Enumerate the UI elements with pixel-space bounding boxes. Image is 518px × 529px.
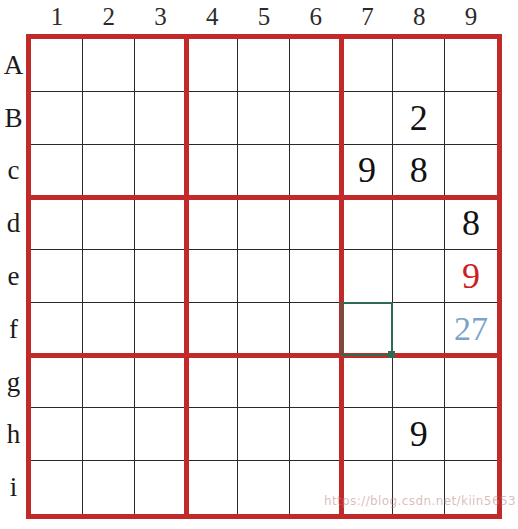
cell-B1[interactable] (31, 92, 83, 145)
cell-c3[interactable] (135, 145, 187, 198)
cell-c4[interactable] (186, 145, 238, 198)
row-label-B: B (0, 92, 27, 145)
cell-d4[interactable] (186, 197, 238, 250)
cell-d7[interactable] (342, 197, 394, 250)
row-labels: ABcdefghi (0, 39, 27, 514)
cell-i3[interactable] (135, 461, 187, 514)
cell-c6[interactable] (290, 145, 342, 198)
col-label-1: 1 (31, 0, 83, 33)
cell-B4[interactable] (186, 92, 238, 145)
cell-B7[interactable] (342, 92, 394, 145)
cell-c8[interactable]: 8 (393, 145, 445, 198)
cell-e7[interactable] (342, 250, 394, 303)
col-label-2: 2 (83, 0, 135, 33)
row-label-g: g (0, 356, 27, 409)
cell-B2[interactable] (83, 92, 135, 145)
cell-A1[interactable] (31, 39, 83, 92)
cell-g9[interactable] (445, 356, 497, 409)
cell-e9[interactable]: 9 (445, 250, 497, 303)
column-labels: 123456789 (31, 0, 497, 33)
cell-f7[interactable] (342, 303, 394, 356)
cell-e8[interactable] (393, 250, 445, 303)
cell-e5[interactable] (238, 250, 290, 303)
cell-h5[interactable] (238, 408, 290, 461)
cell-f8[interactable] (393, 303, 445, 356)
cell-h7[interactable] (342, 408, 394, 461)
cell-i6[interactable] (290, 461, 342, 514)
cell-A5[interactable] (238, 39, 290, 92)
cell-h4[interactable] (186, 408, 238, 461)
cell-g2[interactable] (83, 356, 135, 409)
box-divider-vertical-2 (339, 39, 344, 514)
cell-h9[interactable] (445, 408, 497, 461)
cell-d5[interactable] (238, 197, 290, 250)
cell-f9[interactable]: 27 (445, 303, 497, 356)
cell-i2[interactable] (83, 461, 135, 514)
cell-i1[interactable] (31, 461, 83, 514)
cell-g8[interactable] (393, 356, 445, 409)
sudoku-board: 29889279 (26, 34, 502, 519)
board-grid: 29889279 (31, 39, 497, 514)
cell-g6[interactable] (290, 356, 342, 409)
col-label-7: 7 (342, 0, 394, 33)
cell-e1[interactable] (31, 250, 83, 303)
cell-f3[interactable] (135, 303, 187, 356)
cell-g3[interactable] (135, 356, 187, 409)
row-label-e: e (0, 250, 27, 303)
sudoku-app: 123456789 ABcdefghi 29889279 https://blo… (0, 0, 518, 529)
cell-d1[interactable] (31, 197, 83, 250)
cell-i5[interactable] (238, 461, 290, 514)
cell-f4[interactable] (186, 303, 238, 356)
cell-e2[interactable] (83, 250, 135, 303)
cell-h2[interactable] (83, 408, 135, 461)
cell-f5[interactable] (238, 303, 290, 356)
row-label-c: c (0, 145, 27, 198)
cell-h3[interactable] (135, 408, 187, 461)
cell-h8[interactable]: 9 (393, 408, 445, 461)
cell-B5[interactable] (238, 92, 290, 145)
row-label-h: h (0, 408, 27, 461)
cell-g7[interactable] (342, 356, 394, 409)
cell-e4[interactable] (186, 250, 238, 303)
cell-d2[interactable] (83, 197, 135, 250)
col-label-9: 9 (445, 0, 497, 33)
cell-d6[interactable] (290, 197, 342, 250)
row-label-f: f (0, 303, 27, 356)
cell-f2[interactable] (83, 303, 135, 356)
cell-c1[interactable] (31, 145, 83, 198)
col-label-6: 6 (290, 0, 342, 33)
cell-A4[interactable] (186, 39, 238, 92)
cell-g5[interactable] (238, 356, 290, 409)
cell-h1[interactable] (31, 408, 83, 461)
cell-A2[interactable] (83, 39, 135, 92)
col-label-4: 4 (186, 0, 238, 33)
cell-c9[interactable] (445, 145, 497, 198)
cell-e3[interactable] (135, 250, 187, 303)
col-label-5: 5 (238, 0, 290, 33)
cell-i7[interactable] (342, 461, 394, 514)
row-label-i: i (0, 461, 27, 514)
cell-A6[interactable] (290, 39, 342, 92)
box-divider-horizontal-1 (31, 195, 497, 200)
selection-box (341, 302, 394, 356)
cell-A3[interactable] (135, 39, 187, 92)
cell-c7[interactable]: 9 (342, 145, 394, 198)
box-divider-vertical-1 (184, 39, 189, 514)
cell-c2[interactable] (83, 145, 135, 198)
cell-d9[interactable]: 8 (445, 197, 497, 250)
cell-f6[interactable] (290, 303, 342, 356)
cell-B3[interactable] (135, 92, 187, 145)
cell-A7[interactable] (342, 39, 394, 92)
row-label-d: d (0, 197, 27, 250)
cell-i4[interactable] (186, 461, 238, 514)
cell-B6[interactable] (290, 92, 342, 145)
box-divider-horizontal-2 (31, 353, 497, 358)
col-label-3: 3 (135, 0, 187, 33)
cell-d3[interactable] (135, 197, 187, 250)
cell-i8[interactable] (393, 461, 445, 514)
cell-i9[interactable] (445, 461, 497, 514)
cell-A8[interactable] (393, 39, 445, 92)
cell-g1[interactable] (31, 356, 83, 409)
cell-c5[interactable] (238, 145, 290, 198)
cell-B8[interactable]: 2 (393, 92, 445, 145)
cell-d8[interactable] (393, 197, 445, 250)
cell-h6[interactable] (290, 408, 342, 461)
cell-A9[interactable] (445, 39, 497, 92)
cell-B9[interactable] (445, 92, 497, 145)
cell-f1[interactable] (31, 303, 83, 356)
cell-g4[interactable] (186, 356, 238, 409)
col-label-8: 8 (393, 0, 445, 33)
cell-e6[interactable] (290, 250, 342, 303)
row-label-A: A (0, 39, 27, 92)
